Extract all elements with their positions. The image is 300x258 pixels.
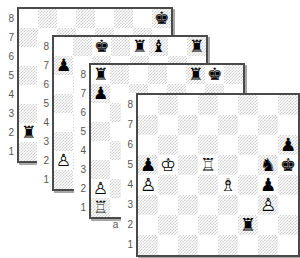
square-f1 xyxy=(238,235,258,255)
square-h3 xyxy=(278,195,298,215)
black-rook: ♜ xyxy=(21,124,36,141)
square-a8: ♜ xyxy=(91,65,110,84)
square-f8: ♜ xyxy=(186,65,205,84)
rank-label-7: 7 xyxy=(37,56,49,75)
rank-label-6: 6 xyxy=(37,75,49,94)
square-a5 xyxy=(91,122,110,141)
black-pawn: ♟ xyxy=(140,156,156,174)
square-d4 xyxy=(198,175,218,195)
black-king: ♚ xyxy=(280,156,296,174)
board-grid: ♟♟♚♔♜♖♞♚♟♙♝♗♟♟♙♜ xyxy=(138,95,298,255)
black-pawn: ♟ xyxy=(260,176,276,194)
square-a5 xyxy=(54,94,73,113)
piece-outline: ♖ xyxy=(200,156,216,174)
square-d8 xyxy=(111,37,130,56)
rank-label-7: 7 xyxy=(74,84,86,103)
black-pawn: ♟ xyxy=(280,136,296,154)
piece-outline: ♙ xyxy=(56,152,71,169)
black-rook: ♜ xyxy=(240,216,256,234)
piece-outline: ♙ xyxy=(140,176,156,194)
chess-board-4-front: 87654321 ♟♟♚♔♜♖♞♚♟♙♝♗♟♟♙♜ xyxy=(121,93,300,257)
white-pawn: ♟♙ xyxy=(260,196,276,214)
white-rook: ♜♖ xyxy=(93,199,108,216)
square-h7 xyxy=(278,115,298,135)
square-g3: ♟♙ xyxy=(258,195,278,215)
square-h8: ♚ xyxy=(152,9,171,28)
square-a1: ♜♖ xyxy=(91,198,110,217)
square-h1 xyxy=(278,235,298,255)
square-d2 xyxy=(198,215,218,235)
square-h8: ♜ xyxy=(187,37,206,56)
square-b6 xyxy=(158,135,178,155)
square-a2: ♜ xyxy=(19,123,38,142)
square-f2: ♜ xyxy=(238,215,258,235)
rank-label-4: 4 xyxy=(74,141,86,160)
square-a6 xyxy=(19,47,38,66)
square-c4 xyxy=(178,175,198,195)
rank-label-7: 7 xyxy=(2,28,14,47)
board-frame: ♟♟♚♔♜♖♞♚♟♙♝♗♟♟♙♜ xyxy=(136,93,300,257)
square-f5 xyxy=(238,155,258,175)
square-a1 xyxy=(19,142,38,161)
square-g7 xyxy=(258,115,278,135)
square-a4 xyxy=(54,113,73,132)
square-e6 xyxy=(218,135,238,155)
square-f4 xyxy=(238,175,258,195)
square-b2 xyxy=(158,215,178,235)
rank-label-3: 3 xyxy=(121,195,133,215)
rank-labels: 87654321 xyxy=(2,9,14,161)
square-e8 xyxy=(218,95,238,115)
square-a7: ♟ xyxy=(54,56,73,75)
square-g2 xyxy=(258,215,278,235)
rank-label-4: 4 xyxy=(121,175,133,195)
square-b8 xyxy=(73,37,92,56)
black-pawn: ♟ xyxy=(56,57,71,74)
square-g8 xyxy=(258,95,278,115)
piece-outline: ♔ xyxy=(160,156,176,174)
square-a7: ♟ xyxy=(91,84,110,103)
square-e2 xyxy=(218,215,238,235)
square-h6: ♟ xyxy=(278,135,298,155)
square-h2 xyxy=(278,215,298,235)
square-a1 xyxy=(54,170,73,189)
square-c8 xyxy=(178,95,198,115)
square-d1 xyxy=(198,235,218,255)
rank-label-5: 5 xyxy=(2,66,14,85)
rank-label-4: 4 xyxy=(2,85,14,104)
rank-labels: 87654321 xyxy=(37,37,49,189)
square-a4 xyxy=(19,85,38,104)
square-g1 xyxy=(258,235,278,255)
square-c5 xyxy=(178,155,198,175)
square-a8 xyxy=(138,95,158,115)
square-a2: ♟♙ xyxy=(91,179,110,198)
square-d7 xyxy=(198,115,218,135)
square-c8 xyxy=(129,65,148,84)
square-c8 xyxy=(57,9,76,28)
rank-label-2: 2 xyxy=(121,215,133,235)
square-f8: ♝ xyxy=(149,37,168,56)
square-a1 xyxy=(138,235,158,255)
square-a4 xyxy=(91,141,110,160)
chess-diagram-stack: 87654321 ♚♜ a 87654321 ♚♜♝♜♟♟♙ a 8765432… xyxy=(0,0,300,258)
square-h8 xyxy=(278,95,298,115)
square-c3 xyxy=(178,195,198,215)
black-knight: ♞ xyxy=(260,156,276,174)
black-rook: ♜ xyxy=(189,38,204,55)
square-d5: ♜♖ xyxy=(198,155,218,175)
rank-label-5: 5 xyxy=(74,122,86,141)
square-g4: ♟ xyxy=(258,175,278,195)
rank-label-1: 1 xyxy=(2,142,14,161)
square-b7 xyxy=(158,115,178,135)
piece-outline: ♖ xyxy=(93,199,108,216)
black-bishop: ♝ xyxy=(151,38,166,55)
square-a6 xyxy=(54,75,73,94)
square-c2 xyxy=(178,215,198,235)
square-e8 xyxy=(95,9,114,28)
white-pawn: ♟♙ xyxy=(93,180,108,197)
rank-label-3: 3 xyxy=(37,132,49,151)
square-a5 xyxy=(19,66,38,85)
rank-label-6: 6 xyxy=(74,103,86,122)
square-a2 xyxy=(138,215,158,235)
square-a3 xyxy=(54,132,73,151)
square-g8: ♚ xyxy=(205,65,224,84)
square-d3 xyxy=(198,195,218,215)
rank-label-8: 8 xyxy=(37,37,49,56)
square-a3 xyxy=(138,195,158,215)
rank-label-5: 5 xyxy=(121,155,133,175)
square-e8: ♜ xyxy=(130,37,149,56)
square-e4: ♝♗ xyxy=(218,175,238,195)
rank-label-3: 3 xyxy=(74,160,86,179)
square-g8 xyxy=(168,37,187,56)
square-h5: ♚ xyxy=(278,155,298,175)
square-e8 xyxy=(167,65,186,84)
square-d8 xyxy=(76,9,95,28)
piece-outline: ♙ xyxy=(260,196,276,214)
rank-label-7: 7 xyxy=(121,115,133,135)
square-e3 xyxy=(218,195,238,215)
black-king: ♚ xyxy=(94,38,109,55)
rank-label-6: 6 xyxy=(2,47,14,66)
square-a5: ♟ xyxy=(138,155,158,175)
square-g8 xyxy=(133,9,152,28)
square-e7 xyxy=(218,115,238,135)
rank-label-2: 2 xyxy=(2,123,14,142)
white-pawn: ♟♙ xyxy=(140,176,156,194)
rank-label-2: 2 xyxy=(74,179,86,198)
black-rook: ♜ xyxy=(188,66,203,83)
square-a7 xyxy=(138,115,158,135)
square-f8 xyxy=(114,9,133,28)
square-f6 xyxy=(238,135,258,155)
piece-outline: ♗ xyxy=(220,176,236,194)
black-rook: ♜ xyxy=(93,66,108,83)
square-a6 xyxy=(138,135,158,155)
rank-labels: 87654321 xyxy=(121,95,133,255)
square-b5: ♚♔ xyxy=(158,155,178,175)
white-bishop: ♝♗ xyxy=(220,176,236,194)
piece-outline: ♙ xyxy=(93,180,108,197)
square-b8 xyxy=(38,9,57,28)
white-king: ♚♔ xyxy=(160,156,176,174)
square-e1 xyxy=(218,235,238,255)
square-h4 xyxy=(278,175,298,195)
rank-labels: 87654321 xyxy=(74,65,86,217)
square-f8 xyxy=(238,95,258,115)
square-a8 xyxy=(54,37,73,56)
rank-label-8: 8 xyxy=(121,95,133,115)
rank-label-8: 8 xyxy=(74,65,86,84)
rank-label-1: 1 xyxy=(74,198,86,217)
square-a3 xyxy=(91,160,110,179)
square-b4 xyxy=(158,175,178,195)
square-g6 xyxy=(258,135,278,155)
square-a6 xyxy=(91,103,110,122)
rank-label-1: 1 xyxy=(37,170,49,189)
black-king: ♚ xyxy=(154,10,169,27)
square-b8 xyxy=(158,95,178,115)
square-c7 xyxy=(178,115,198,135)
square-a4: ♟♙ xyxy=(138,175,158,195)
square-b1 xyxy=(158,235,178,255)
square-f3 xyxy=(238,195,258,215)
rank-label-1: 1 xyxy=(121,235,133,255)
rank-label-3: 3 xyxy=(2,104,14,123)
square-b3 xyxy=(158,195,178,215)
rank-label-6: 6 xyxy=(121,135,133,155)
rank-label-4: 4 xyxy=(37,113,49,132)
rank-label-2: 2 xyxy=(37,151,49,170)
square-a3 xyxy=(19,104,38,123)
black-pawn: ♟ xyxy=(93,85,108,102)
square-b8 xyxy=(110,65,129,84)
rank-label-5: 5 xyxy=(37,94,49,113)
rank-label-8: 8 xyxy=(2,9,14,28)
square-c6 xyxy=(178,135,198,155)
square-c1 xyxy=(178,235,198,255)
square-c8: ♚ xyxy=(92,37,111,56)
square-h8 xyxy=(224,65,243,84)
white-rook: ♜♖ xyxy=(200,156,216,174)
black-rook: ♜ xyxy=(132,38,147,55)
square-a8 xyxy=(19,9,38,28)
square-a7 xyxy=(19,28,38,47)
square-d8 xyxy=(198,95,218,115)
black-king: ♚ xyxy=(207,66,222,83)
square-g5: ♞ xyxy=(258,155,278,175)
square-e5 xyxy=(218,155,238,175)
square-a2: ♟♙ xyxy=(54,151,73,170)
square-d8 xyxy=(148,65,167,84)
square-f7 xyxy=(238,115,258,135)
white-pawn: ♟♙ xyxy=(56,152,71,169)
square-d6 xyxy=(198,135,218,155)
